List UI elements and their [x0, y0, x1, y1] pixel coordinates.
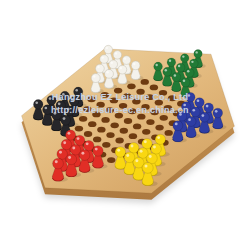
- peg-highlight: [68, 132, 71, 135]
- peg-highlight: [72, 147, 75, 150]
- board-hole: [137, 114, 145, 120]
- board-hole: [83, 106, 91, 112]
- board-hole: [155, 100, 163, 106]
- board-hole: [160, 115, 168, 121]
- peg-head: [53, 158, 64, 169]
- board-hole: [101, 117, 109, 123]
- board-hole: [106, 107, 114, 113]
- peg-highlight: [188, 94, 191, 97]
- peg-head: [172, 73, 181, 82]
- peg-head: [122, 56, 131, 65]
- peg-highlight: [117, 149, 120, 152]
- peg-highlight: [77, 137, 80, 140]
- board-hole: [127, 83, 135, 89]
- peg-head: [91, 74, 100, 83]
- peg-highlight: [63, 141, 66, 144]
- board-hole: [87, 96, 95, 102]
- board-hole: [84, 131, 92, 137]
- peg-head: [100, 55, 109, 64]
- peg-highlight: [81, 152, 84, 155]
- peg-highlight: [86, 142, 89, 145]
- board-hole: [96, 102, 104, 108]
- peg-highlight: [58, 103, 61, 106]
- peg-head: [95, 64, 104, 73]
- board-hole: [146, 119, 154, 125]
- peg-head: [75, 135, 85, 145]
- peg-head: [43, 105, 53, 115]
- board-hole: [150, 84, 158, 90]
- peg-highlight: [144, 140, 147, 143]
- board-hole: [145, 94, 153, 100]
- peg-head: [200, 112, 210, 122]
- peg-highlight: [68, 156, 71, 159]
- board-hole: [164, 105, 172, 111]
- peg-highlight: [135, 159, 138, 162]
- peg-highlight: [140, 150, 143, 153]
- peg-head: [194, 50, 202, 58]
- board-hole: [115, 113, 123, 119]
- board-hole: [115, 138, 123, 144]
- peg-highlight: [195, 51, 197, 53]
- board-hole: [142, 129, 150, 135]
- board-hole: [141, 79, 149, 85]
- peg-head: [142, 138, 152, 148]
- peg-highlight: [93, 75, 95, 77]
- board-hole: [164, 130, 172, 136]
- peg-highlight: [124, 57, 126, 59]
- peg-highlight: [155, 64, 157, 66]
- peg-head: [142, 162, 153, 173]
- peg-head: [65, 130, 75, 140]
- peg-highlight: [106, 71, 108, 73]
- peg-head: [109, 60, 118, 69]
- board-hole: [159, 90, 167, 96]
- peg-highlight: [97, 66, 99, 68]
- peg-highlight: [175, 123, 178, 126]
- peg-head: [190, 107, 200, 117]
- peg-highlight: [54, 112, 57, 115]
- peg-head: [60, 91, 69, 100]
- peg-highlight: [197, 99, 200, 102]
- peg-highlight: [120, 67, 122, 69]
- peg-head: [105, 69, 114, 78]
- peg-head: [93, 146, 104, 157]
- peg-highlight: [149, 155, 152, 158]
- board-hole: [128, 108, 136, 114]
- peg-head: [189, 59, 198, 68]
- peg-highlight: [183, 104, 186, 107]
- peg-head: [163, 67, 172, 76]
- peg-highlight: [59, 151, 62, 154]
- board-hole: [97, 127, 105, 133]
- peg-highlight: [63, 117, 66, 120]
- peg-highlight: [55, 160, 58, 163]
- board-hole: [150, 109, 158, 115]
- board-hole: [110, 97, 118, 103]
- board-hole: [92, 112, 100, 118]
- peg-highlight: [183, 80, 186, 83]
- peg-highlight: [35, 101, 38, 104]
- board-hole: [120, 128, 128, 134]
- peg-highlight: [106, 47, 108, 49]
- board-hole: [106, 132, 114, 138]
- peg-highlight: [71, 98, 74, 101]
- peg-highlight: [44, 107, 47, 110]
- peg-highlight: [157, 136, 160, 139]
- board-hole: [88, 121, 96, 127]
- board-hole: [119, 103, 127, 109]
- board-hole: [93, 137, 101, 143]
- peg-head: [213, 108, 223, 118]
- peg-highlight: [62, 93, 65, 96]
- board-hole: [155, 125, 163, 131]
- peg-head: [147, 153, 158, 164]
- peg-head: [180, 54, 189, 63]
- board-hole: [110, 122, 118, 128]
- peg-highlight: [187, 70, 189, 72]
- peg-head: [181, 78, 190, 87]
- peg-head: [79, 150, 90, 161]
- peg-head: [154, 62, 163, 71]
- peg-highlight: [126, 154, 129, 157]
- peg-highlight: [188, 118, 191, 121]
- peg-highlight: [67, 108, 70, 111]
- peg-head: [186, 116, 196, 126]
- peg-highlight: [144, 164, 147, 167]
- peg-highlight: [178, 65, 180, 67]
- peg-head: [70, 145, 81, 156]
- peg-head: [61, 139, 71, 149]
- peg-highlight: [179, 113, 182, 116]
- peg-head: [33, 100, 43, 110]
- peg-head: [151, 144, 161, 154]
- peg-head: [74, 87, 83, 96]
- board-hole: [124, 118, 132, 124]
- peg-head: [84, 140, 94, 150]
- peg-head: [138, 148, 149, 159]
- board-hole: [114, 88, 122, 94]
- board-hole: [133, 124, 141, 130]
- peg-head: [131, 61, 140, 70]
- peg-head: [177, 111, 187, 121]
- peg-head: [47, 95, 56, 104]
- peg-head: [181, 102, 191, 112]
- peg-highlight: [174, 74, 176, 76]
- peg-highlight: [49, 97, 52, 100]
- peg-head: [173, 121, 183, 131]
- peg-head: [104, 45, 112, 53]
- peg-head: [113, 51, 121, 59]
- peg-head: [61, 115, 71, 125]
- peg-highlight: [133, 63, 135, 65]
- peg-highlight: [115, 52, 117, 54]
- peg-highlight: [111, 62, 113, 64]
- peg-highlight: [153, 146, 156, 149]
- peg-head: [115, 147, 126, 158]
- board-hole: [123, 93, 131, 99]
- peg-head: [66, 154, 77, 165]
- board-hole: [102, 142, 110, 148]
- peg-highlight: [192, 109, 195, 112]
- product-photo: Hangzhou EZ Leisure Co., Ltd http://ezle…: [0, 0, 250, 250]
- peg-head: [56, 101, 66, 111]
- peg-highlight: [215, 110, 218, 113]
- peg-head: [204, 103, 214, 113]
- board-hole: [107, 157, 115, 163]
- board-hole: [132, 99, 140, 105]
- peg-head: [195, 98, 205, 108]
- peg-highlight: [191, 61, 193, 63]
- peg-head: [128, 143, 138, 153]
- peg-highlight: [169, 60, 171, 62]
- board-hole: [129, 133, 137, 139]
- peg-head: [186, 92, 195, 101]
- peg-head: [176, 63, 185, 72]
- peg-head: [118, 65, 127, 74]
- peg-head: [185, 68, 194, 77]
- peg-highlight: [206, 105, 209, 108]
- peg-head: [52, 110, 62, 120]
- peg-highlight: [102, 56, 104, 58]
- peg-highlight: [165, 69, 167, 71]
- board-hole: [136, 89, 144, 95]
- board-hole: [168, 95, 176, 101]
- peg-head: [69, 97, 78, 106]
- peg-head: [167, 58, 176, 67]
- peg-highlight: [95, 148, 98, 151]
- peg-highlight: [75, 89, 78, 92]
- board-hole: [141, 104, 149, 110]
- peg-highlight: [182, 55, 184, 57]
- peg-highlight: [131, 145, 134, 148]
- peg-head: [155, 134, 165, 144]
- chinese-checkers-board: [0, 0, 250, 250]
- board-hole: [101, 92, 109, 98]
- peg-head: [65, 106, 75, 116]
- peg-highlight: [202, 114, 205, 117]
